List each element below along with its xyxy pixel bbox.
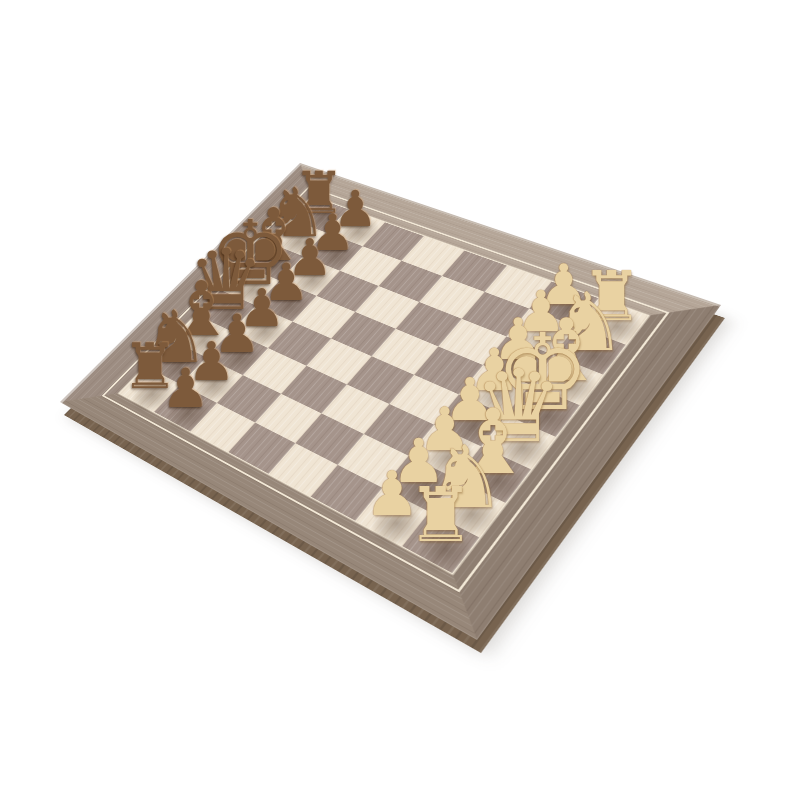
pieces-layer: ♜♞♝♛♚♝♞♜♟♟♟♟♟♟♟♟♟♟♟♟♟♟♟♟♜♞♝♛♚♝♞♜ — [0, 0, 800, 800]
piece-white-rook-a1: ♜ — [407, 478, 475, 554]
piece-black-pawn-a7: ♟ — [161, 362, 210, 416]
chess-set-photo: ♜♞♝♛♚♝♞♜♟♟♟♟♟♟♟♟♟♟♟♟♟♟♟♟♜♞♝♛♚♝♞♜ — [0, 0, 800, 800]
